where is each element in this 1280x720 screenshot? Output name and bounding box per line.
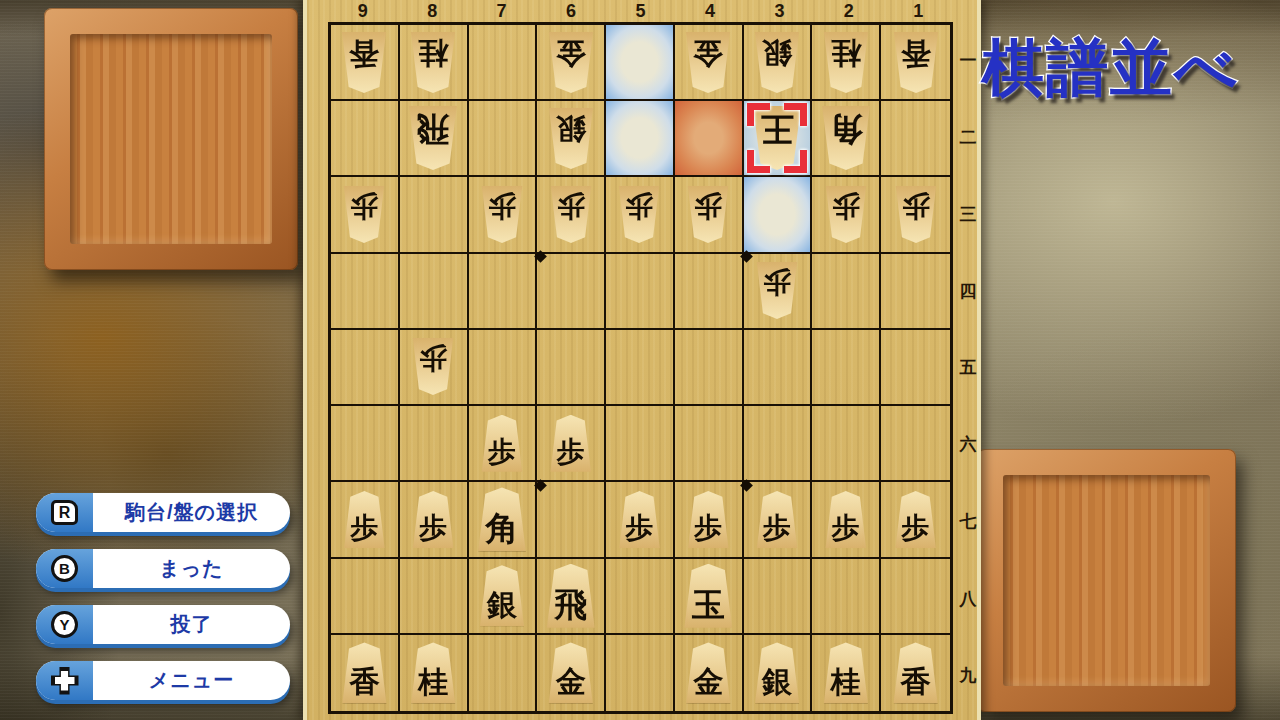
piece-sente-g[interactable]: 金 bbox=[684, 642, 732, 703]
square-2-4[interactable] bbox=[812, 254, 881, 330]
y-button-icon: Y bbox=[51, 611, 78, 638]
board-grid[interactable]: 香桂金金銀桂香飛銀王角歩歩歩歩歩歩歩歩歩歩歩歩歩角歩歩歩歩歩銀飛玉香桂金金銀桂香 bbox=[328, 22, 953, 714]
square-4-8[interactable]: 玉 bbox=[675, 559, 744, 635]
square-2-7[interactable]: 歩 bbox=[812, 482, 881, 558]
piece-kanji: 銀 bbox=[487, 590, 517, 626]
square-8-5[interactable]: 歩 bbox=[400, 330, 469, 406]
piece-sente-l[interactable]: 香 bbox=[340, 642, 388, 703]
piece-kanji: 歩 bbox=[625, 186, 653, 220]
piece-kanji: 桂 bbox=[418, 667, 448, 703]
square-3-7[interactable]: 歩 bbox=[744, 482, 813, 558]
square-4-1[interactable]: 金 bbox=[675, 25, 744, 101]
piece-kanji: 歩 bbox=[419, 338, 447, 372]
piece-kanji: 桂 bbox=[831, 32, 861, 68]
piece-kanji: 歩 bbox=[557, 438, 585, 472]
square-1-7[interactable]: 歩 bbox=[881, 482, 950, 558]
legend-button-plus[interactable]: メニュー bbox=[36, 661, 290, 700]
square-3-3[interactable] bbox=[744, 177, 813, 253]
square-9-9[interactable]: 香 bbox=[331, 635, 400, 711]
file-label: 7 bbox=[467, 0, 536, 22]
square-4-4[interactable] bbox=[675, 254, 744, 330]
square-1-1[interactable]: 香 bbox=[881, 25, 950, 101]
piece-kanji: 銀 bbox=[556, 108, 586, 144]
file-label: 6 bbox=[536, 0, 605, 22]
piece-gote-n[interactable]: 桂 bbox=[409, 32, 457, 93]
rank-label: 二 bbox=[955, 99, 981, 176]
piece-kanji: 金 bbox=[693, 32, 723, 68]
piece-kanji: 歩 bbox=[350, 514, 378, 548]
piece-gote-s[interactable]: 銀 bbox=[753, 32, 801, 93]
piece-gote-g[interactable]: 金 bbox=[547, 32, 595, 93]
file-label: 5 bbox=[606, 0, 675, 22]
square-9-6[interactable] bbox=[331, 406, 400, 482]
square-4-6[interactable] bbox=[675, 406, 744, 482]
legend-button-Y[interactable]: Y投了 bbox=[36, 605, 290, 644]
square-8-4[interactable] bbox=[400, 254, 469, 330]
square-7-6[interactable]: 歩 bbox=[469, 406, 538, 482]
square-3-9[interactable]: 銀 bbox=[744, 635, 813, 711]
square-6-2[interactable]: 銀 bbox=[537, 101, 606, 177]
legend-label: 投了 bbox=[93, 605, 290, 644]
square-6-8[interactable]: 飛 bbox=[537, 559, 606, 635]
komadai-sente[interactable] bbox=[977, 449, 1236, 712]
square-1-2[interactable] bbox=[881, 101, 950, 177]
plus-button-icon bbox=[51, 667, 79, 695]
square-2-3[interactable]: 歩 bbox=[812, 177, 881, 253]
piece-gote-p[interactable]: 歩 bbox=[824, 186, 868, 243]
piece-gote-p[interactable]: 歩 bbox=[480, 186, 524, 243]
komadai-gote[interactable] bbox=[44, 8, 298, 270]
legend-button-R[interactable]: R駒台/盤の選択 bbox=[36, 493, 290, 532]
square-1-4[interactable] bbox=[881, 254, 950, 330]
square-2-1[interactable]: 桂 bbox=[812, 25, 881, 101]
square-6-6[interactable]: 歩 bbox=[537, 406, 606, 482]
piece-kanji: 桂 bbox=[831, 667, 861, 703]
square-7-2[interactable] bbox=[469, 101, 538, 177]
piece-gote-l[interactable]: 香 bbox=[892, 32, 940, 93]
piece-gote-b[interactable]: 角 bbox=[820, 106, 872, 170]
rank-label: 一 bbox=[955, 22, 981, 99]
square-5-3[interactable]: 歩 bbox=[606, 177, 675, 253]
piece-sente-s[interactable]: 銀 bbox=[753, 642, 801, 703]
piece-kanji: 桂 bbox=[418, 32, 448, 68]
square-4-9[interactable]: 金 bbox=[675, 635, 744, 711]
square-5-7[interactable]: 歩 bbox=[606, 482, 675, 558]
square-7-8[interactable]: 銀 bbox=[469, 559, 538, 635]
legend-cap: R bbox=[36, 493, 93, 532]
legend-label: 駒台/盤の選択 bbox=[93, 493, 290, 532]
square-6-1[interactable]: 金 bbox=[537, 25, 606, 101]
square-3-8[interactable] bbox=[744, 559, 813, 635]
legend-label: まった bbox=[93, 549, 290, 588]
square-8-7[interactable]: 歩 bbox=[400, 482, 469, 558]
piece-sente-l[interactable]: 香 bbox=[892, 642, 940, 703]
piece-kanji: 香 bbox=[901, 667, 931, 703]
piece-sente-p[interactable]: 歩 bbox=[411, 491, 455, 548]
square-7-4[interactable] bbox=[469, 254, 538, 330]
file-label: 2 bbox=[814, 0, 883, 22]
square-3-5[interactable] bbox=[744, 330, 813, 406]
square-1-3[interactable]: 歩 bbox=[881, 177, 950, 253]
piece-kanji: 飛 bbox=[417, 106, 450, 146]
piece-gote-p[interactable]: 歩 bbox=[894, 186, 938, 243]
piece-kanji: 銀 bbox=[762, 32, 792, 68]
square-2-2[interactable]: 角 bbox=[812, 101, 881, 177]
legend-cap: Y bbox=[36, 605, 93, 644]
legend-label: メニュー bbox=[93, 661, 290, 700]
square-6-7[interactable] bbox=[537, 482, 606, 558]
piece-kanji: 歩 bbox=[488, 438, 516, 472]
rank-label: 三 bbox=[955, 176, 981, 253]
piece-kanji: 歩 bbox=[694, 514, 722, 548]
square-1-5[interactable] bbox=[881, 330, 950, 406]
square-6-3[interactable]: 歩 bbox=[537, 177, 606, 253]
piece-sente-p[interactable]: 歩 bbox=[617, 491, 661, 548]
piece-sente-p[interactable]: 歩 bbox=[480, 415, 524, 472]
piece-kanji: 歩 bbox=[694, 186, 722, 220]
piece-gote-p[interactable]: 歩 bbox=[755, 262, 799, 319]
piece-gote-p[interactable]: 歩 bbox=[342, 186, 386, 243]
piece-gote-r[interactable]: 飛 bbox=[407, 106, 459, 170]
square-3-2[interactable]: 王 bbox=[744, 101, 813, 177]
square-2-9[interactable]: 桂 bbox=[812, 635, 881, 711]
piece-kanji: 銀 bbox=[762, 667, 792, 703]
piece-gote-g[interactable]: 金 bbox=[684, 32, 732, 93]
rank-label: 五 bbox=[955, 330, 981, 407]
piece-sente-p[interactable]: 歩 bbox=[755, 491, 799, 548]
button-legend: R駒台/盤の選択BまったY投了メニュー bbox=[36, 493, 290, 717]
square-7-3[interactable]: 歩 bbox=[469, 177, 538, 253]
piece-kanji: 香 bbox=[901, 32, 931, 68]
rank-label: 九 bbox=[955, 637, 981, 714]
square-9-4[interactable] bbox=[331, 254, 400, 330]
komadai-sente-surface bbox=[1003, 475, 1210, 686]
piece-gote-p[interactable]: 歩 bbox=[549, 186, 593, 243]
square-8-2[interactable]: 飛 bbox=[400, 101, 469, 177]
square-2-8[interactable] bbox=[812, 559, 881, 635]
square-2-5[interactable] bbox=[812, 330, 881, 406]
piece-sente-p[interactable]: 歩 bbox=[686, 491, 730, 548]
rank-label: 六 bbox=[955, 406, 981, 483]
piece-kanji: 歩 bbox=[419, 514, 447, 548]
piece-sente-s[interactable]: 銀 bbox=[478, 565, 526, 626]
selection-cursor-icon bbox=[747, 103, 807, 173]
piece-kanji: 香 bbox=[349, 32, 379, 68]
piece-sente-g[interactable]: 金 bbox=[547, 642, 595, 703]
square-6-5[interactable] bbox=[537, 330, 606, 406]
shogi-board: 987654321 一二三四五六七八九 香桂金金銀桂香飛銀王角歩歩歩歩歩歩歩歩歩… bbox=[303, 0, 981, 720]
square-4-3[interactable]: 歩 bbox=[675, 177, 744, 253]
rank-label: 七 bbox=[955, 483, 981, 560]
square-5-2[interactable] bbox=[606, 101, 675, 177]
legend-cap: B bbox=[36, 549, 93, 588]
square-4-5[interactable] bbox=[675, 330, 744, 406]
square-5-9[interactable] bbox=[606, 635, 675, 711]
square-5-1[interactable] bbox=[606, 25, 675, 101]
komadai-gote-surface bbox=[70, 34, 272, 244]
piece-sente-n[interactable]: 桂 bbox=[409, 642, 457, 703]
rank-label: 八 bbox=[955, 560, 981, 637]
piece-kanji: 金 bbox=[556, 32, 586, 68]
piece-gote-s[interactable]: 銀 bbox=[547, 108, 595, 169]
square-1-8[interactable] bbox=[881, 559, 950, 635]
square-9-1[interactable]: 香 bbox=[331, 25, 400, 101]
piece-kanji: 金 bbox=[693, 667, 723, 703]
file-label: 8 bbox=[397, 0, 466, 22]
square-5-4[interactable] bbox=[606, 254, 675, 330]
piece-kanji: 歩 bbox=[763, 262, 791, 296]
square-3-1[interactable]: 銀 bbox=[744, 25, 813, 101]
square-6-4[interactable] bbox=[537, 254, 606, 330]
file-labels: 987654321 bbox=[328, 0, 953, 22]
square-4-7[interactable]: 歩 bbox=[675, 482, 744, 558]
piece-kanji: 香 bbox=[349, 667, 379, 703]
square-1-6[interactable] bbox=[881, 406, 950, 482]
file-label: 1 bbox=[884, 0, 953, 22]
piece-kanji: 玉 bbox=[692, 588, 725, 628]
square-7-9[interactable] bbox=[469, 635, 538, 711]
square-1-9[interactable]: 香 bbox=[881, 635, 950, 711]
square-7-1[interactable] bbox=[469, 25, 538, 101]
piece-kanji: 歩 bbox=[832, 514, 860, 548]
square-7-5[interactable] bbox=[469, 330, 538, 406]
piece-sente-p[interactable]: 歩 bbox=[824, 491, 868, 548]
piece-kanji: 飛 bbox=[554, 588, 587, 628]
piece-kanji: 歩 bbox=[763, 514, 791, 548]
square-9-3[interactable]: 歩 bbox=[331, 177, 400, 253]
square-6-9[interactable]: 金 bbox=[537, 635, 606, 711]
square-8-6[interactable] bbox=[400, 406, 469, 482]
piece-kanji: 歩 bbox=[832, 186, 860, 220]
piece-kanji: 歩 bbox=[488, 186, 516, 220]
piece-kanji: 歩 bbox=[557, 186, 585, 220]
square-8-9[interactable]: 桂 bbox=[400, 635, 469, 711]
rank-labels: 一二三四五六七八九 bbox=[955, 22, 981, 714]
piece-sente-r[interactable]: 飛 bbox=[545, 564, 597, 628]
legend-button-B[interactable]: Bまった bbox=[36, 549, 290, 588]
piece-gote-p[interactable]: 歩 bbox=[411, 338, 455, 395]
square-9-8[interactable] bbox=[331, 559, 400, 635]
file-label: 3 bbox=[745, 0, 814, 22]
file-label: 9 bbox=[328, 0, 397, 22]
square-3-6[interactable] bbox=[744, 406, 813, 482]
piece-kanji: 歩 bbox=[350, 186, 378, 220]
plus-button-icon-fill bbox=[55, 671, 75, 691]
square-8-8[interactable] bbox=[400, 559, 469, 635]
r-button-icon: R bbox=[51, 500, 78, 525]
piece-kanji: 歩 bbox=[625, 514, 653, 548]
piece-sente-k[interactable]: 玉 bbox=[682, 564, 734, 628]
rank-label: 四 bbox=[955, 253, 981, 330]
piece-kanji: 角 bbox=[829, 106, 862, 146]
piece-gote-p[interactable]: 歩 bbox=[617, 186, 661, 243]
mode-title: 棋譜並べ bbox=[982, 26, 1239, 110]
b-button-icon: B bbox=[51, 555, 78, 582]
legend-cap bbox=[36, 661, 93, 700]
square-3-4[interactable]: 歩 bbox=[744, 254, 813, 330]
piece-kanji: 歩 bbox=[902, 514, 930, 548]
piece-kanji: 角 bbox=[485, 512, 518, 552]
square-8-3[interactable] bbox=[400, 177, 469, 253]
square-4-2[interactable] bbox=[675, 101, 744, 177]
file-label: 4 bbox=[675, 0, 744, 22]
piece-gote-l[interactable]: 香 bbox=[340, 32, 388, 93]
piece-sente-n[interactable]: 桂 bbox=[822, 642, 870, 703]
piece-sente-p[interactable]: 歩 bbox=[342, 491, 386, 548]
square-5-5[interactable] bbox=[606, 330, 675, 406]
piece-kanji: 歩 bbox=[902, 186, 930, 220]
square-9-7[interactable]: 歩 bbox=[331, 482, 400, 558]
piece-gote-p[interactable]: 歩 bbox=[686, 186, 730, 243]
square-9-5[interactable] bbox=[331, 330, 400, 406]
screen: 987654321 一二三四五六七八九 香桂金金銀桂香飛銀王角歩歩歩歩歩歩歩歩歩… bbox=[0, 0, 1280, 720]
piece-kanji: 金 bbox=[556, 667, 586, 703]
square-2-6[interactable] bbox=[812, 406, 881, 482]
square-9-2[interactable] bbox=[331, 101, 400, 177]
piece-gote-n[interactable]: 桂 bbox=[822, 32, 870, 93]
square-5-8[interactable] bbox=[606, 559, 675, 635]
piece-sente-b[interactable]: 角 bbox=[476, 487, 528, 551]
piece-sente-p[interactable]: 歩 bbox=[894, 491, 938, 548]
square-8-1[interactable]: 桂 bbox=[400, 25, 469, 101]
piece-sente-p[interactable]: 歩 bbox=[549, 415, 593, 472]
square-5-6[interactable] bbox=[606, 406, 675, 482]
square-7-7[interactable]: 角 bbox=[469, 482, 538, 558]
